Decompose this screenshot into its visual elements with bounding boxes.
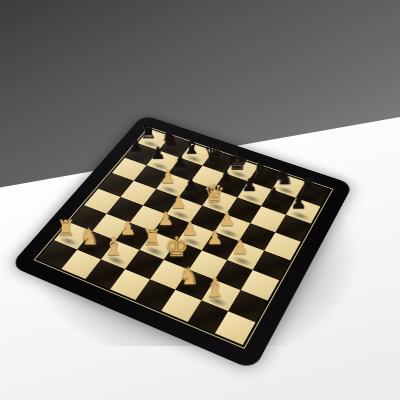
- photo-scene: ♜♞♝♛♚♝♞♜♟♟♟♟♟♟♟♟♟♛♟♟♟♟♟♟♟♜♚♜♞♝♞♝: [0, 0, 400, 400]
- white-bishop-piece: ♝: [192, 268, 239, 305]
- black-pawn-piece: ♟: [277, 185, 320, 219]
- board-grid: ♜♞♝♛♚♝♞♜♟♟♟♟♟♟♟♟♟♛♟♟♟♟♟♟♟♜♚♜♞♝♞♝: [38, 129, 330, 345]
- white-pawn-piece: ♟: [218, 229, 263, 265]
- white-bishop-piece: ♝: [91, 228, 136, 264]
- chess-board: ♜♞♝♛♚♝♞♜♟♟♟♟♟♟♟♟♟♛♟♟♟♟♟♟♟♜♚♜♞♝♞♝: [10, 115, 353, 371]
